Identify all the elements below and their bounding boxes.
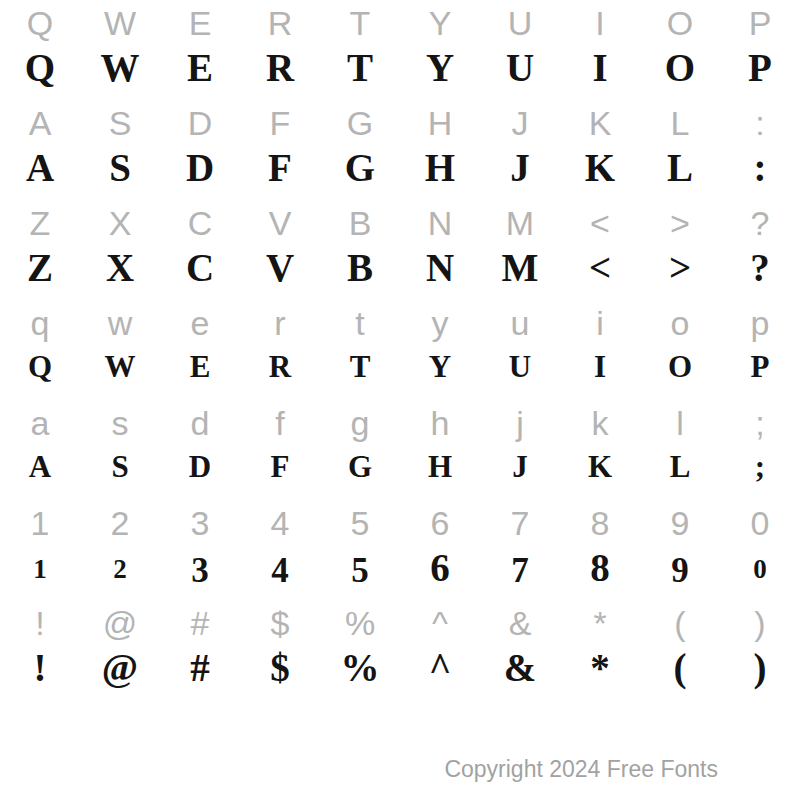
glyph-cell: @ bbox=[80, 598, 160, 648]
glyph-cell: D bbox=[160, 142, 240, 192]
glyph-row-4: ASDFGHJKL: bbox=[0, 150, 800, 200]
glyph-cell: g bbox=[320, 398, 400, 448]
glyph-cell: Z bbox=[0, 198, 80, 248]
glyph-cell: ; bbox=[720, 442, 800, 492]
glyph-cell: O bbox=[640, 42, 720, 92]
font-specimen-page: QWERTYUIOPQWERTYUIOPASDFGHJKL:ASDFGHJKL:… bbox=[0, 0, 800, 800]
glyph-cell: < bbox=[560, 198, 640, 248]
glyph-cell: U bbox=[480, 0, 560, 48]
glyph-cell: * bbox=[560, 642, 640, 692]
glyph-cell: M bbox=[480, 242, 560, 292]
glyph-cell: T bbox=[320, 342, 400, 392]
glyph-cell: L bbox=[640, 442, 720, 492]
glyph-cell: H bbox=[400, 142, 480, 192]
glyph-cell: s bbox=[80, 398, 160, 448]
glyph-cell: G bbox=[320, 98, 400, 148]
glyph-cell: G bbox=[320, 142, 400, 192]
glyph-cell: 7 bbox=[480, 542, 560, 592]
glyph-cell: 1 bbox=[0, 498, 80, 548]
glyph-cell: : bbox=[720, 98, 800, 148]
glyph-cell: G bbox=[320, 442, 400, 492]
glyph-cell: U bbox=[480, 42, 560, 92]
glyph-cell: J bbox=[480, 442, 560, 492]
glyph-cell: I bbox=[560, 42, 640, 92]
glyph-cell: W bbox=[80, 42, 160, 92]
glyph-cell: F bbox=[240, 442, 320, 492]
glyph-cell: f bbox=[240, 398, 320, 448]
glyph-cell: C bbox=[160, 198, 240, 248]
glyph-cell: * bbox=[560, 598, 640, 648]
glyph-cell: E bbox=[160, 0, 240, 48]
glyph-cell: 3 bbox=[160, 498, 240, 548]
glyph-cell: H bbox=[400, 98, 480, 148]
glyph-cell: o bbox=[640, 298, 720, 348]
glyph-cell: T bbox=[320, 0, 400, 48]
glyph-cell: I bbox=[560, 0, 640, 48]
glyph-row-10: ASDFGHJKL; bbox=[0, 450, 800, 500]
glyph-cell: w bbox=[80, 298, 160, 348]
glyph-cell: A bbox=[0, 98, 80, 148]
glyph-cell: F bbox=[240, 98, 320, 148]
glyph-cell: & bbox=[480, 598, 560, 648]
glyph-cell: T bbox=[320, 42, 400, 92]
glyph-cell: K bbox=[560, 142, 640, 192]
copyright-text: Copyright 2024 Free Fonts bbox=[444, 756, 718, 783]
glyph-cell: P bbox=[720, 42, 800, 92]
glyph-cell: Q bbox=[0, 342, 80, 392]
glyph-cell: y bbox=[400, 298, 480, 348]
glyph-cell: J bbox=[480, 142, 560, 192]
glyph-row-14: !@#$%^&*() bbox=[0, 650, 800, 700]
glyph-cell: r bbox=[240, 298, 320, 348]
glyph-cell: L bbox=[640, 98, 720, 148]
glyph-cell: & bbox=[480, 642, 560, 692]
glyph-row-8: QWERTYUIOP bbox=[0, 350, 800, 400]
glyph-row-6: ZXCVBNM<>? bbox=[0, 250, 800, 300]
glyph-cell: ! bbox=[0, 598, 80, 648]
glyph-cell: Q bbox=[0, 0, 80, 48]
glyph-cell: J bbox=[480, 98, 560, 148]
glyph-cell: % bbox=[320, 642, 400, 692]
glyph-cell: 5 bbox=[320, 542, 400, 592]
glyph-cell: S bbox=[80, 142, 160, 192]
glyph-cell: 2 bbox=[80, 542, 160, 592]
glyph-cell: ^ bbox=[400, 642, 480, 692]
glyph-cell: 7 bbox=[480, 498, 560, 548]
glyph-cell: R bbox=[240, 0, 320, 48]
glyph-cell: E bbox=[160, 42, 240, 92]
glyph-cell: ) bbox=[720, 642, 800, 692]
glyph-cell: B bbox=[320, 198, 400, 248]
glyph-cell: Y bbox=[400, 342, 480, 392]
glyph-cell: a bbox=[0, 398, 80, 448]
glyph-cell: # bbox=[160, 642, 240, 692]
glyph-cell: L bbox=[640, 142, 720, 192]
glyph-cell: ^ bbox=[400, 598, 480, 648]
glyph-cell: 9 bbox=[640, 542, 720, 592]
glyph-cell: K bbox=[560, 442, 640, 492]
glyph-cell: ! bbox=[0, 642, 80, 692]
glyph-cell: M bbox=[480, 198, 560, 248]
glyph-cell: W bbox=[80, 0, 160, 48]
glyph-cell: j bbox=[480, 398, 560, 448]
glyph-cell: P bbox=[720, 0, 800, 48]
glyph-cell: Z bbox=[0, 242, 80, 292]
glyph-cell: S bbox=[80, 98, 160, 148]
glyph-cell: R bbox=[240, 342, 320, 392]
glyph-cell: 8 bbox=[560, 498, 640, 548]
glyph-cell: q bbox=[0, 298, 80, 348]
glyph-cell: p bbox=[720, 298, 800, 348]
glyph-cell: $ bbox=[240, 598, 320, 648]
glyph-cell: 6 bbox=[400, 498, 480, 548]
glyph-cell: H bbox=[400, 442, 480, 492]
glyph-cell: 0 bbox=[720, 498, 800, 548]
glyph-cell: A bbox=[0, 442, 80, 492]
glyph-cell: > bbox=[640, 242, 720, 292]
glyph-cell: d bbox=[160, 398, 240, 448]
glyph-cell: : bbox=[720, 142, 800, 192]
glyph-cell: K bbox=[560, 98, 640, 148]
glyph-cell: N bbox=[400, 198, 480, 248]
glyph-cell: D bbox=[160, 442, 240, 492]
glyph-cell: ) bbox=[720, 598, 800, 648]
glyph-cell: # bbox=[160, 598, 240, 648]
glyph-cell: V bbox=[240, 242, 320, 292]
glyph-cell: Y bbox=[400, 0, 480, 48]
glyph-cell: ( bbox=[640, 598, 720, 648]
glyph-cell: N bbox=[400, 242, 480, 292]
glyph-cell: < bbox=[560, 242, 640, 292]
glyph-cell: A bbox=[0, 142, 80, 192]
glyph-cell: i bbox=[560, 298, 640, 348]
glyph-cell: l bbox=[640, 398, 720, 448]
character-grid: QWERTYUIOPQWERTYUIOPASDFGHJKL:ASDFGHJKL:… bbox=[0, 0, 800, 700]
glyph-cell: u bbox=[480, 298, 560, 348]
glyph-cell: D bbox=[160, 98, 240, 148]
glyph-cell: O bbox=[640, 342, 720, 392]
glyph-cell: e bbox=[160, 298, 240, 348]
glyph-cell: ? bbox=[720, 242, 800, 292]
glyph-cell: t bbox=[320, 298, 400, 348]
glyph-cell: U bbox=[480, 342, 560, 392]
glyph-cell: F bbox=[240, 142, 320, 192]
glyph-cell: 4 bbox=[240, 498, 320, 548]
glyph-cell: h bbox=[400, 398, 480, 448]
glyph-cell: Q bbox=[0, 42, 80, 92]
glyph-cell: P bbox=[720, 342, 800, 392]
glyph-cell: 2 bbox=[80, 498, 160, 548]
glyph-cell: 1 bbox=[0, 542, 80, 592]
glyph-cell: 3 bbox=[160, 542, 240, 592]
glyph-cell: 8 bbox=[560, 542, 640, 592]
glyph-cell: E bbox=[160, 342, 240, 392]
glyph-cell: 6 bbox=[400, 542, 480, 592]
glyph-cell: S bbox=[80, 442, 160, 492]
glyph-cell: X bbox=[80, 198, 160, 248]
glyph-cell: R bbox=[240, 42, 320, 92]
glyph-cell: @ bbox=[80, 642, 160, 692]
glyph-cell: 5 bbox=[320, 498, 400, 548]
glyph-cell: 9 bbox=[640, 498, 720, 548]
glyph-cell: ; bbox=[720, 398, 800, 448]
glyph-row-12: 1234567890 bbox=[0, 550, 800, 600]
glyph-cell: B bbox=[320, 242, 400, 292]
glyph-cell: ? bbox=[720, 198, 800, 248]
glyph-cell: O bbox=[640, 0, 720, 48]
glyph-cell: % bbox=[320, 598, 400, 648]
glyph-cell: I bbox=[560, 342, 640, 392]
glyph-cell: 0 bbox=[720, 542, 800, 592]
glyph-cell: W bbox=[80, 342, 160, 392]
glyph-cell: k bbox=[560, 398, 640, 448]
glyph-cell: Y bbox=[400, 42, 480, 92]
glyph-cell: X bbox=[80, 242, 160, 292]
glyph-row-2: QWERTYUIOP bbox=[0, 50, 800, 100]
glyph-cell: V bbox=[240, 198, 320, 248]
glyph-cell: $ bbox=[240, 642, 320, 692]
glyph-cell: ( bbox=[640, 642, 720, 692]
glyph-cell: 4 bbox=[240, 542, 320, 592]
glyph-cell: > bbox=[640, 198, 720, 248]
glyph-cell: C bbox=[160, 242, 240, 292]
